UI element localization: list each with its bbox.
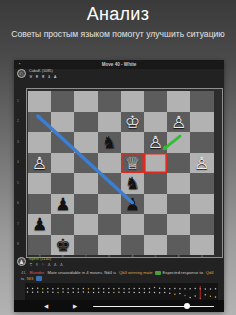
square-d4[interactable]: ♕	[121, 153, 144, 174]
square-c3[interactable]: ♙	[144, 132, 167, 153]
eval-point-white-eval	[57, 288, 59, 290]
rank-label-4: 4	[15, 161, 21, 164]
square-a6[interactable]	[190, 194, 213, 215]
square-a1[interactable]	[190, 91, 213, 112]
eval-point-white-eval	[133, 288, 135, 290]
square-h3[interactable]	[28, 132, 51, 153]
square-a8[interactable]	[190, 235, 213, 256]
square-f8[interactable]	[74, 235, 97, 256]
square-c8[interactable]	[144, 235, 167, 256]
square-g4[interactable]	[51, 153, 74, 174]
square-d5[interactable]: ♞	[121, 173, 144, 194]
eval-point-black-eval	[52, 292, 54, 294]
square-b6[interactable]	[167, 194, 190, 215]
eval-point-black-eval	[113, 292, 115, 294]
eval-point-white-eval	[174, 288, 176, 290]
eval-point-black-eval	[37, 291, 39, 293]
chess-board[interactable]: ♔♙♞♙♙♕♙♞♟♟♟♚	[28, 91, 214, 255]
analysis-segment: Qd4	[206, 270, 214, 275]
square-b2[interactable]: ♙	[167, 112, 190, 133]
square-c1[interactable]	[144, 91, 167, 112]
bottom-player-avatar[interactable]: ♟	[17, 257, 26, 266]
square-a3[interactable]	[190, 132, 213, 153]
toolbar-title: Move 40 - White	[14, 62, 224, 67]
eval-point-white-eval	[154, 287, 156, 289]
prev-move-button[interactable]: ◀	[44, 303, 48, 309]
eval-point-black-eval	[128, 291, 130, 293]
rank-label-8: 8	[15, 243, 21, 246]
square-c4[interactable]	[144, 153, 167, 174]
square-h4[interactable]: ♙	[28, 153, 51, 174]
black-piece-p[interactable]: ♟	[51, 194, 74, 215]
square-d8[interactable]	[121, 235, 144, 256]
square-d3[interactable]	[121, 132, 144, 153]
eval-point-white-eval	[32, 288, 34, 290]
eval-point-white-eval	[78, 288, 80, 290]
eval-point-white-eval	[210, 288, 212, 290]
eval-point-black-eval	[149, 292, 151, 294]
top-player-name: CabaK (1085)	[29, 69, 53, 73]
white-piece-k[interactable]: ♔	[121, 112, 144, 133]
square-g5[interactable]	[51, 173, 74, 194]
eval-point-black-eval	[133, 292, 135, 294]
square-g3[interactable]	[51, 132, 74, 153]
eval-point-white-eval	[179, 288, 181, 290]
eval-point-black-eval	[32, 291, 34, 293]
eval-point-white-eval	[149, 288, 151, 290]
square-g8[interactable]: ♚	[51, 235, 74, 256]
white-piece-q[interactable]: ♕	[121, 153, 144, 174]
square-f5[interactable]	[74, 173, 97, 194]
eval-point-white-eval	[62, 288, 64, 290]
square-b4[interactable]	[167, 153, 190, 174]
eval-point-white-eval	[164, 288, 166, 290]
square-e6[interactable]	[98, 194, 121, 215]
square-d7[interactable]	[121, 214, 144, 235]
page-subtitle: Советы простым языком помогут улучшить с…	[0, 29, 236, 39]
square-g6[interactable]: ♟	[51, 194, 74, 215]
eval-point-white-eval	[72, 288, 74, 290]
move-nav-bar: ◀ ▶	[14, 300, 224, 312]
eval-point-black-eval	[62, 291, 64, 293]
analysis-segment: Nf3	[27, 276, 34, 281]
rank-label-6: 6	[15, 202, 21, 205]
eval-point-black-eval	[123, 292, 125, 294]
eval-point-white-eval	[67, 288, 69, 290]
square-b1[interactable]	[167, 91, 190, 112]
square-h5[interactable]	[28, 173, 51, 194]
square-g2[interactable]	[51, 112, 74, 133]
black-piece-k[interactable]: ♚	[51, 235, 74, 256]
move-slider-track[interactable]	[93, 306, 214, 308]
eval-point-white-eval	[47, 288, 49, 290]
black-piece-p[interactable]: ♟	[121, 194, 144, 215]
eval-point-black-eval	[47, 291, 49, 293]
eval-point-white-eval	[42, 288, 44, 290]
top-player-captured-tray: ♛ ♜ ♜ ♝ ♟	[29, 74, 58, 79]
eval-point-white-eval	[108, 288, 110, 290]
black-piece-p[interactable]: ♟	[28, 214, 51, 235]
rank-label-3: 3	[15, 141, 21, 144]
eval-point-white-eval	[113, 288, 115, 290]
square-c2[interactable]	[144, 112, 167, 133]
eval-point-white-eval	[37, 288, 39, 290]
mini-board-badge-green[interactable]	[155, 271, 161, 276]
rank-label-2: 2	[15, 120, 21, 123]
eval-point-white-eval	[159, 288, 161, 290]
analysis-segment: Mate unavoidable in 4 moves. Nd4 is	[48, 270, 117, 275]
next-move-button[interactable]: ▶	[73, 303, 77, 309]
square-f1[interactable]	[74, 91, 97, 112]
eval-point-white-eval	[189, 288, 191, 290]
eval-point-white-eval	[83, 288, 85, 290]
eval-point-black-eval	[215, 296, 217, 298]
eval-point-black-eval	[184, 295, 186, 297]
bottom-player-rating: (1140)	[40, 257, 51, 261]
eval-point-white-eval	[103, 288, 105, 290]
eval-point-black-eval	[164, 292, 166, 294]
square-b7[interactable]	[167, 214, 190, 235]
square-d1[interactable]	[121, 91, 144, 112]
eval-point-white-eval	[144, 288, 146, 290]
player-row-top: ♘ CabaK (1085) ♛ ♜ ♜ ♝ ♟	[17, 68, 221, 84]
eval-point-white-eval	[27, 288, 29, 290]
eval-point-black-eval	[72, 292, 74, 294]
eval-point-black-eval	[118, 292, 120, 294]
square-e5[interactable]	[98, 173, 121, 194]
eval-graph-panel[interactable]	[25, 283, 218, 300]
app-screenshot-card: ▪ Move 40 - White ♘ CabaK (1085) ♛ ♜ ♜ ♝…	[14, 60, 224, 312]
eval-point-white-eval	[52, 288, 54, 290]
eval-point-black-eval	[194, 295, 196, 297]
analysis-segment: is	[21, 276, 24, 281]
eval-point-white-eval	[88, 288, 90, 290]
eval-point-black-eval	[78, 292, 80, 294]
square-e2[interactable]	[98, 112, 121, 133]
square-a5[interactable]	[190, 173, 213, 194]
square-a2[interactable]	[190, 112, 213, 133]
square-c6[interactable]	[144, 194, 167, 215]
square-e1[interactable]	[98, 91, 121, 112]
eval-point-white-eval	[184, 288, 186, 290]
square-f3[interactable]	[74, 132, 97, 153]
square-h8[interactable]	[28, 235, 51, 256]
analysis-segment: Blunder.	[30, 270, 45, 275]
square-e3[interactable]: ♞	[98, 132, 121, 153]
square-h7[interactable]: ♟	[28, 214, 51, 235]
eval-point-white-eval	[118, 288, 120, 290]
move-slider-knob[interactable]	[184, 303, 190, 309]
analysis-segment: Expected response to	[163, 270, 204, 275]
bottom-player-captured-tray: ♖ ♗ ♘ ♙ ♙ ♙	[29, 262, 64, 267]
square-a7[interactable]	[190, 214, 213, 235]
black-piece-n[interactable]: ♞	[98, 132, 121, 153]
eval-point-white-eval	[215, 288, 217, 290]
white-piece-p[interactable]: ♙	[28, 153, 51, 174]
square-c5[interactable]	[144, 173, 167, 194]
square-a4[interactable]: ♙	[190, 153, 213, 174]
eval-point-white-eval	[169, 288, 171, 290]
rank-label-7: 7	[15, 223, 21, 226]
eval-point-black-eval	[57, 292, 59, 294]
eval-point-black-eval	[189, 297, 191, 299]
top-player-avatar[interactable]: ♘	[17, 69, 26, 78]
eval-point-black-eval	[179, 293, 181, 295]
white-piece-p[interactable]: ♙	[144, 132, 167, 153]
square-c7[interactable]	[144, 214, 167, 235]
square-f6[interactable]	[74, 194, 97, 215]
eval-point-black-eval	[42, 292, 44, 294]
eval-point-black-eval	[93, 292, 95, 294]
eval-point-black-eval	[174, 294, 176, 296]
square-b3[interactable]	[167, 132, 190, 153]
eval-point-white-eval	[139, 288, 141, 290]
eval-point-white-eval	[194, 288, 196, 290]
eval-point-black-eval	[98, 292, 100, 294]
mini-board-badge-blue[interactable]	[36, 276, 42, 281]
eval-point-white-eval	[93, 288, 95, 290]
square-e7[interactable]	[98, 214, 121, 235]
square-h1[interactable]	[28, 91, 51, 112]
eval-point-black-eval	[144, 292, 146, 294]
analysis-segment: Qb3 winning mate	[119, 270, 153, 275]
square-h6[interactable]	[28, 194, 51, 215]
page-title: Анализ	[0, 4, 236, 25]
eval-point-white-eval	[205, 288, 207, 290]
square-d2[interactable]: ♔	[121, 112, 144, 133]
square-f4[interactable]	[74, 153, 97, 174]
black-piece-n[interactable]: ♞	[121, 173, 144, 194]
bottom-player-name: wpete (1140)	[29, 257, 51, 261]
square-b5[interactable]	[167, 173, 190, 194]
eval-point-black-eval	[67, 292, 69, 294]
square-f7[interactable]	[74, 214, 97, 235]
eval-point-black-eval	[169, 292, 171, 294]
square-g7[interactable]	[51, 214, 74, 235]
square-f2[interactable]	[74, 112, 97, 133]
white-piece-p[interactable]: ♙	[190, 153, 213, 174]
square-d6[interactable]: ♟	[121, 194, 144, 215]
eval-point-black-eval	[88, 292, 90, 294]
engine-analysis-text: 41. Blunder. Mate unavoidable in 4 moves…	[21, 270, 219, 281]
screenshot-root: Анализ Советы простым языком помогут улу…	[0, 0, 236, 315]
eval-point-black-eval	[108, 292, 110, 294]
eval-point-black-eval	[154, 292, 156, 294]
eval-point-black-eval	[210, 296, 212, 298]
rank-label-1: 1	[15, 100, 21, 103]
square-e8[interactable]	[98, 235, 121, 256]
eval-point-black-eval	[27, 291, 29, 293]
eval-point-white-eval	[128, 288, 130, 290]
analysis-segment: 41.	[21, 270, 27, 275]
eval-point-white-eval	[123, 288, 125, 290]
square-g1[interactable]	[51, 91, 74, 112]
eval-point-black-eval	[83, 291, 85, 293]
square-e4[interactable]	[98, 153, 121, 174]
square-h2[interactable]	[28, 112, 51, 133]
square-b8[interactable]	[167, 235, 190, 256]
white-piece-p[interactable]: ♙	[167, 112, 190, 133]
eval-point-black-eval	[159, 292, 161, 294]
eval-point-black-eval	[205, 294, 207, 296]
rank-label-5: 5	[15, 182, 21, 185]
eval-point-black-eval	[139, 292, 141, 294]
eval-point-white-eval	[98, 288, 100, 290]
eval-point-black-eval	[103, 291, 105, 293]
